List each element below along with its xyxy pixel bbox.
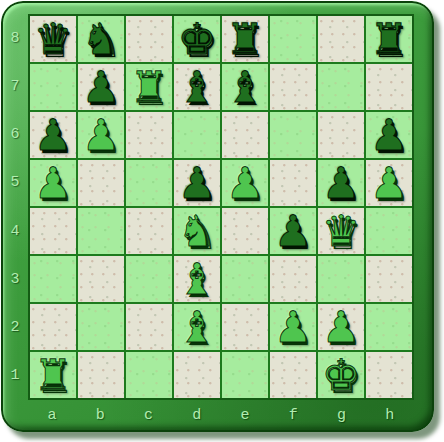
chess-board-app: 87654321 abcdefgh ♛♞♚♜♜♟♜♝♝♟♟♟♟♟♟♟♟♞♟♛♝♝… [0,0,444,442]
piece-white-bishop[interactable]: ♝ [178,304,217,350]
piece-black-rook[interactable]: ♜ [370,16,409,62]
square-a1[interactable]: ♜ [30,352,76,398]
square-a2[interactable] [30,304,76,350]
piece-white-pawn[interactable]: ♟ [274,304,313,350]
rank-label-1: 1 [4,352,26,400]
rank-label-2: 2 [4,304,26,352]
square-f1[interactable] [270,352,316,398]
piece-black-king[interactable]: ♚ [178,16,217,62]
square-g6[interactable] [318,112,364,158]
square-c7[interactable]: ♜ [126,64,172,110]
square-h8[interactable]: ♜ [366,16,412,62]
square-g7[interactable] [318,64,364,110]
board-grid: ♛♞♚♜♜♟♜♝♝♟♟♟♟♟♟♟♟♞♟♛♝♝♟♟♜♚ [28,14,414,400]
square-d7[interactable]: ♝ [174,64,220,110]
rank-label-7: 7 [4,62,26,110]
square-e8[interactable]: ♜ [222,16,268,62]
square-h2[interactable] [366,304,412,350]
square-g3[interactable] [318,256,364,302]
piece-black-knight[interactable]: ♞ [82,16,121,62]
file-label-f: f [269,400,317,430]
square-g1[interactable]: ♚ [318,352,364,398]
piece-white-pawn[interactable]: ♟ [226,160,265,206]
square-g8[interactable] [318,16,364,62]
square-e3[interactable] [222,256,268,302]
square-g4[interactable]: ♛ [318,208,364,254]
square-a6[interactable]: ♟ [30,112,76,158]
piece-white-knight[interactable]: ♞ [178,208,217,254]
file-label-c: c [125,400,173,430]
square-b1[interactable] [78,352,124,398]
piece-black-pawn[interactable]: ♟ [34,112,73,158]
rank-label-4: 4 [4,207,26,255]
square-e7[interactable]: ♝ [222,64,268,110]
square-g5[interactable]: ♟ [318,160,364,206]
square-g2[interactable]: ♟ [318,304,364,350]
square-a7[interactable] [30,64,76,110]
file-label-g: g [318,400,366,430]
square-e6[interactable] [222,112,268,158]
piece-white-rook[interactable]: ♜ [34,352,73,398]
file-labels: abcdefgh [28,400,414,430]
piece-black-pawn[interactable]: ♟ [370,112,409,158]
square-a5[interactable]: ♟ [30,160,76,206]
square-f4[interactable]: ♟ [270,208,316,254]
square-d8[interactable]: ♚ [174,16,220,62]
piece-black-pawn[interactable]: ♟ [322,160,361,206]
square-b4[interactable] [78,208,124,254]
square-c5[interactable] [126,160,172,206]
square-e1[interactable] [222,352,268,398]
square-b2[interactable] [78,304,124,350]
piece-white-pawn[interactable]: ♟ [82,112,121,158]
square-h3[interactable] [366,256,412,302]
piece-white-king[interactable]: ♚ [322,352,361,398]
file-label-e: e [221,400,269,430]
square-h6[interactable]: ♟ [366,112,412,158]
square-a4[interactable] [30,208,76,254]
square-f7[interactable] [270,64,316,110]
piece-black-bishop[interactable]: ♝ [178,64,217,110]
piece-black-queen[interactable]: ♛ [34,16,73,62]
square-c4[interactable] [126,208,172,254]
square-h1[interactable] [366,352,412,398]
square-c3[interactable] [126,256,172,302]
rank-label-5: 5 [4,159,26,207]
square-d1[interactable] [174,352,220,398]
square-f2[interactable]: ♟ [270,304,316,350]
piece-white-rook[interactable]: ♜ [130,64,169,110]
file-label-d: d [173,400,221,430]
square-b5[interactable] [78,160,124,206]
square-b7[interactable]: ♟ [78,64,124,110]
square-f6[interactable] [270,112,316,158]
file-label-a: a [28,400,76,430]
piece-black-rook[interactable]: ♜ [226,16,265,62]
rank-labels: 87654321 [4,14,26,400]
square-a3[interactable] [30,256,76,302]
square-d2[interactable]: ♝ [174,304,220,350]
piece-white-bishop[interactable]: ♝ [178,256,217,302]
piece-white-pawn[interactable]: ♟ [34,160,73,206]
square-c1[interactable] [126,352,172,398]
rank-label-8: 8 [4,14,26,62]
square-f3[interactable] [270,256,316,302]
square-d3[interactable]: ♝ [174,256,220,302]
square-c2[interactable] [126,304,172,350]
piece-white-pawn[interactable]: ♟ [370,160,409,206]
square-f8[interactable] [270,16,316,62]
square-c6[interactable] [126,112,172,158]
square-h7[interactable] [366,64,412,110]
rank-label-6: 6 [4,111,26,159]
square-e5[interactable]: ♟ [222,160,268,206]
piece-white-pawn[interactable]: ♟ [322,304,361,350]
square-b6[interactable]: ♟ [78,112,124,158]
square-a8[interactable]: ♛ [30,16,76,62]
square-c8[interactable] [126,16,172,62]
square-e4[interactable] [222,208,268,254]
square-d6[interactable] [174,112,220,158]
file-label-h: h [366,400,414,430]
square-e2[interactable] [222,304,268,350]
file-label-b: b [76,400,124,430]
square-b3[interactable] [78,256,124,302]
piece-black-pawn[interactable]: ♟ [274,208,313,254]
square-h4[interactable] [366,208,412,254]
rank-label-3: 3 [4,255,26,303]
piece-black-pawn[interactable]: ♟ [82,64,121,110]
square-d4[interactable]: ♞ [174,208,220,254]
square-f5[interactable] [270,160,316,206]
piece-white-queen[interactable]: ♛ [322,208,361,254]
square-h5[interactable]: ♟ [366,160,412,206]
square-b8[interactable]: ♞ [78,16,124,62]
square-d5[interactable]: ♟ [174,160,220,206]
piece-black-pawn[interactable]: ♟ [178,160,217,206]
piece-black-bishop[interactable]: ♝ [226,64,265,110]
